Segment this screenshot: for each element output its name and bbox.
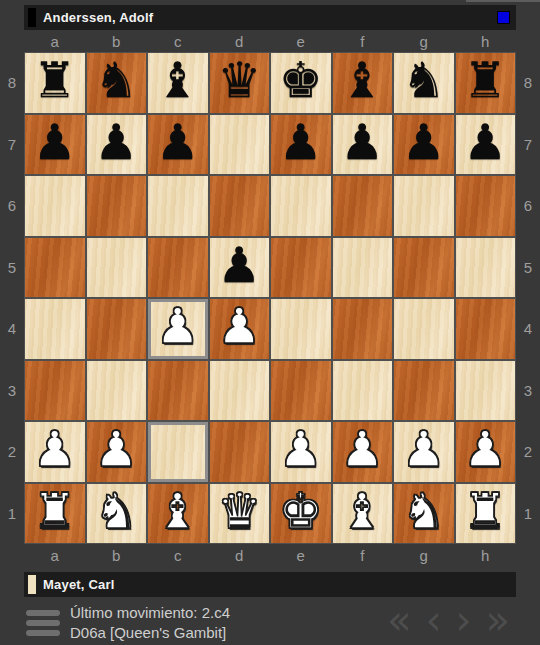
file-label-b: b	[86, 544, 148, 566]
square-e7[interactable]: ♟	[271, 115, 331, 175]
square-h3[interactable]	[456, 361, 516, 421]
square-g6[interactable]	[394, 176, 454, 236]
piece-black-knight[interactable]: ♞	[94, 56, 138, 105]
rank-label-3: 3	[0, 360, 24, 422]
menu-bar	[26, 630, 60, 636]
board-area: 87654321 ♜♞♝♛♚♝♞♜♟♟♟♟♟♟♟♟♟♟♟♟♟♟♟♟♜♞♝♛♚♝♞…	[0, 52, 540, 544]
piece-black-king[interactable]: ♚	[279, 56, 323, 105]
square-h2[interactable]: ♟	[456, 422, 516, 482]
square-d2[interactable]	[210, 422, 270, 482]
square-g1[interactable]: ♞	[394, 484, 454, 544]
nav-next-button[interactable]: ›	[456, 600, 472, 640]
piece-black-queen[interactable]: ♛	[217, 56, 261, 105]
square-c8[interactable]: ♝	[148, 53, 208, 113]
square-b4[interactable]	[87, 299, 147, 359]
square-e8[interactable]: ♚	[271, 53, 331, 113]
square-h7[interactable]: ♟	[456, 115, 516, 175]
piece-black-pawn[interactable]: ♟	[33, 118, 77, 167]
square-g2[interactable]: ♟	[394, 422, 454, 482]
menu-bar	[26, 610, 60, 616]
square-b7[interactable]: ♟	[87, 115, 147, 175]
square-a5[interactable]	[25, 238, 85, 298]
piece-black-rook[interactable]: ♜	[463, 56, 507, 105]
piece-white-pawn[interactable]: ♟	[156, 302, 200, 351]
square-c7[interactable]: ♟	[148, 115, 208, 175]
file-label-a: a	[24, 30, 86, 52]
square-e2[interactable]: ♟	[271, 422, 331, 482]
square-e3[interactable]	[271, 361, 331, 421]
square-g3[interactable]	[394, 361, 454, 421]
square-c2[interactable]	[148, 422, 208, 482]
square-g4[interactable]	[394, 299, 454, 359]
square-a8[interactable]: ♜	[25, 53, 85, 113]
engine-status-marker	[497, 11, 510, 24]
move-navigation: « ‹ › »	[387, 603, 510, 643]
rank-label-6: 6	[0, 175, 24, 237]
piece-black-rook[interactable]: ♜	[33, 56, 77, 105]
player-bar-black: Anderssen, Adolf	[24, 5, 516, 30]
square-c3[interactable]	[148, 361, 208, 421]
rank-labels-right: 87654321	[516, 52, 540, 544]
square-b8[interactable]: ♞	[87, 53, 147, 113]
rank-label-4: 4	[0, 298, 24, 360]
square-c5[interactable]	[148, 238, 208, 298]
rank-label-2: 2	[516, 421, 540, 483]
footer: Último movimiento: 2.c4 D06a [Queen's Ga…	[0, 599, 540, 645]
piece-white-rook[interactable]: ♜	[33, 487, 77, 536]
piece-white-rook[interactable]: ♜	[463, 487, 507, 536]
piece-white-pawn[interactable]: ♟	[33, 425, 77, 474]
square-e5[interactable]	[271, 238, 331, 298]
file-label-f: f	[332, 30, 394, 52]
square-f5[interactable]	[333, 238, 393, 298]
rank-labels-left: 87654321	[0, 52, 24, 544]
file-label-d: d	[209, 544, 271, 566]
file-label-a: a	[24, 544, 86, 566]
square-g5[interactable]	[394, 238, 454, 298]
piece-black-bishop[interactable]: ♝	[156, 56, 200, 105]
square-d8[interactable]: ♛	[210, 53, 270, 113]
rank-label-2: 2	[0, 421, 24, 483]
square-b2[interactable]: ♟	[87, 422, 147, 482]
piece-white-bishop[interactable]: ♝	[156, 487, 200, 536]
piece-black-pawn[interactable]: ♟	[279, 118, 323, 167]
piece-white-queen[interactable]: ♛	[217, 487, 261, 536]
piece-white-knight[interactable]: ♞	[402, 487, 446, 536]
file-label-e: e	[270, 544, 332, 566]
square-f6[interactable]	[333, 176, 393, 236]
square-h4[interactable]	[456, 299, 516, 359]
menu-bar	[26, 620, 60, 626]
square-h1[interactable]: ♜	[456, 484, 516, 544]
square-c4[interactable]: ♟	[148, 299, 208, 359]
move-info: Último movimiento: 2.c4 D06a [Queen's Ga…	[70, 603, 230, 643]
piece-black-pawn[interactable]: ♟	[156, 118, 200, 167]
file-label-e: e	[270, 30, 332, 52]
square-a2[interactable]: ♟	[25, 422, 85, 482]
piece-white-king[interactable]: ♚	[279, 487, 323, 536]
square-b1[interactable]: ♞	[87, 484, 147, 544]
piece-black-pawn[interactable]: ♟	[94, 118, 138, 167]
square-d4[interactable]: ♟	[210, 299, 270, 359]
piece-black-pawn[interactable]: ♟	[217, 241, 261, 290]
rank-label-5: 5	[516, 237, 540, 299]
file-label-c: c	[147, 30, 209, 52]
file-label-f: f	[332, 544, 394, 566]
piece-white-pawn[interactable]: ♟	[463, 425, 507, 474]
piece-white-bishop[interactable]: ♝	[340, 487, 384, 536]
player-bar-white: Mayet, Carl	[24, 572, 516, 597]
rank-label-3: 3	[516, 360, 540, 422]
chess-board[interactable]: ♜♞♝♛♚♝♞♜♟♟♟♟♟♟♟♟♟♟♟♟♟♟♟♟♜♞♝♛♚♝♞♜	[24, 52, 516, 544]
square-a4[interactable]	[25, 299, 85, 359]
chess-viewer-app: Anderssen, Adolf abcdefgh 87654321 ♜♞♝♛♚…	[0, 0, 540, 645]
last-move-text: Último movimiento: 2.c4	[70, 603, 230, 623]
square-f7[interactable]: ♟	[333, 115, 393, 175]
nav-first-button[interactable]: «	[387, 600, 411, 640]
square-e1[interactable]: ♚	[271, 484, 331, 544]
piece-black-bishop[interactable]: ♝	[340, 56, 384, 105]
square-c1[interactable]: ♝	[148, 484, 208, 544]
square-c6[interactable]	[148, 176, 208, 236]
square-h8[interactable]: ♜	[456, 53, 516, 113]
black-player-name: Anderssen, Adolf	[43, 10, 153, 25]
file-labels-top: abcdefgh	[24, 30, 516, 52]
square-h6[interactable]	[456, 176, 516, 236]
square-e4[interactable]	[271, 299, 331, 359]
piece-white-pawn[interactable]: ♟	[402, 425, 446, 474]
square-f1[interactable]: ♝	[333, 484, 393, 544]
square-d3[interactable]	[210, 361, 270, 421]
nav-prev-button[interactable]: ‹	[426, 600, 442, 640]
rank-label-8: 8	[0, 52, 24, 114]
file-labels-bottom: abcdefgh	[24, 544, 516, 566]
file-label-c: c	[147, 544, 209, 566]
rank-label-5: 5	[0, 237, 24, 299]
square-g7[interactable]: ♟	[394, 115, 454, 175]
piece-white-pawn[interactable]: ♟	[340, 425, 384, 474]
opening-text: D06a [Queen's Gambit]	[70, 623, 230, 643]
rank-label-8: 8	[516, 52, 540, 114]
rank-label-7: 7	[0, 114, 24, 176]
file-label-b: b	[86, 30, 148, 52]
square-f4[interactable]	[333, 299, 393, 359]
rank-label-4: 4	[516, 298, 540, 360]
square-a3[interactable]	[25, 361, 85, 421]
piece-white-pawn[interactable]: ♟	[94, 425, 138, 474]
square-d1[interactable]: ♛	[210, 484, 270, 544]
menu-icon[interactable]	[26, 608, 60, 638]
file-label-h: h	[455, 544, 517, 566]
white-side-indicator	[28, 575, 36, 594]
square-d5[interactable]: ♟	[210, 238, 270, 298]
piece-black-pawn[interactable]: ♟	[463, 118, 507, 167]
square-g8[interactable]: ♞	[394, 53, 454, 113]
square-e6[interactable]	[271, 176, 331, 236]
square-d7[interactable]	[210, 115, 270, 175]
rank-label-6: 6	[516, 175, 540, 237]
file-label-h: h	[455, 30, 517, 52]
square-b5[interactable]	[87, 238, 147, 298]
square-a6[interactable]	[25, 176, 85, 236]
rank-label-1: 1	[516, 483, 540, 545]
rank-label-7: 7	[516, 114, 540, 176]
black-side-indicator	[28, 8, 36, 27]
square-f2[interactable]: ♟	[333, 422, 393, 482]
file-label-g: g	[393, 544, 455, 566]
square-f8[interactable]: ♝	[333, 53, 393, 113]
piece-black-knight[interactable]: ♞	[402, 56, 446, 105]
square-d6[interactable]	[210, 176, 270, 236]
piece-white-pawn[interactable]: ♟	[279, 425, 323, 474]
piece-black-pawn[interactable]: ♟	[402, 118, 446, 167]
piece-white-pawn[interactable]: ♟	[217, 302, 261, 351]
piece-black-pawn[interactable]: ♟	[340, 118, 384, 167]
square-b3[interactable]	[87, 361, 147, 421]
white-player-name: Mayet, Carl	[43, 577, 115, 592]
square-f3[interactable]	[333, 361, 393, 421]
square-a1[interactable]: ♜	[25, 484, 85, 544]
square-a7[interactable]: ♟	[25, 115, 85, 175]
square-h5[interactable]	[456, 238, 516, 298]
piece-white-knight[interactable]: ♞	[94, 487, 138, 536]
rank-label-1: 1	[0, 483, 24, 545]
square-b6[interactable]	[87, 176, 147, 236]
file-label-g: g	[393, 30, 455, 52]
file-label-d: d	[209, 30, 271, 52]
nav-last-button[interactable]: »	[486, 600, 510, 640]
